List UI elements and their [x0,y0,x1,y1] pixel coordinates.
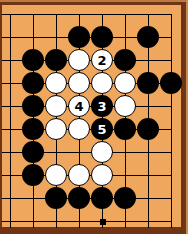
black-stone [22,164,44,186]
black-stone [114,118,136,140]
white-stone [45,164,67,186]
white-stone [68,49,90,71]
white-stone [45,118,67,140]
go-diagram-frame: 2435 [0,0,188,234]
black-stone [114,187,136,209]
white-stone [91,164,113,186]
white-stone [114,72,136,94]
black-stone [22,95,44,117]
black-stone [68,187,90,209]
white-stone-move-2: 2 [91,49,113,71]
black-stone [22,141,44,163]
white-stone [91,72,113,94]
grid-line-horizontal [2,221,172,222]
white-stone [45,95,67,117]
black-stone [114,49,136,71]
white-stone [68,164,90,186]
white-stone [91,141,113,163]
black-stone [137,118,159,140]
black-stone-move-3: 3 [91,95,113,117]
black-stone-move-5: 5 [91,118,113,140]
black-stone [22,118,44,140]
black-stone [137,26,159,48]
go-board: 2435 [2,5,181,227]
grid-line-vertical [171,14,172,228]
black-stone [45,49,67,71]
star-point [100,219,106,225]
white-stone [68,118,90,140]
white-stone [45,72,67,94]
black-stone [68,26,90,48]
grid-line-horizontal [2,14,172,15]
black-stone [22,72,44,94]
white-stone [114,95,136,117]
black-stone [91,187,113,209]
black-stone [22,49,44,71]
black-stone [45,187,67,209]
black-stone [91,26,113,48]
grid-line-vertical [10,14,11,228]
black-stone [160,72,182,94]
black-stone [137,72,159,94]
white-stone-move-4: 4 [68,95,90,117]
white-stone [68,72,90,94]
